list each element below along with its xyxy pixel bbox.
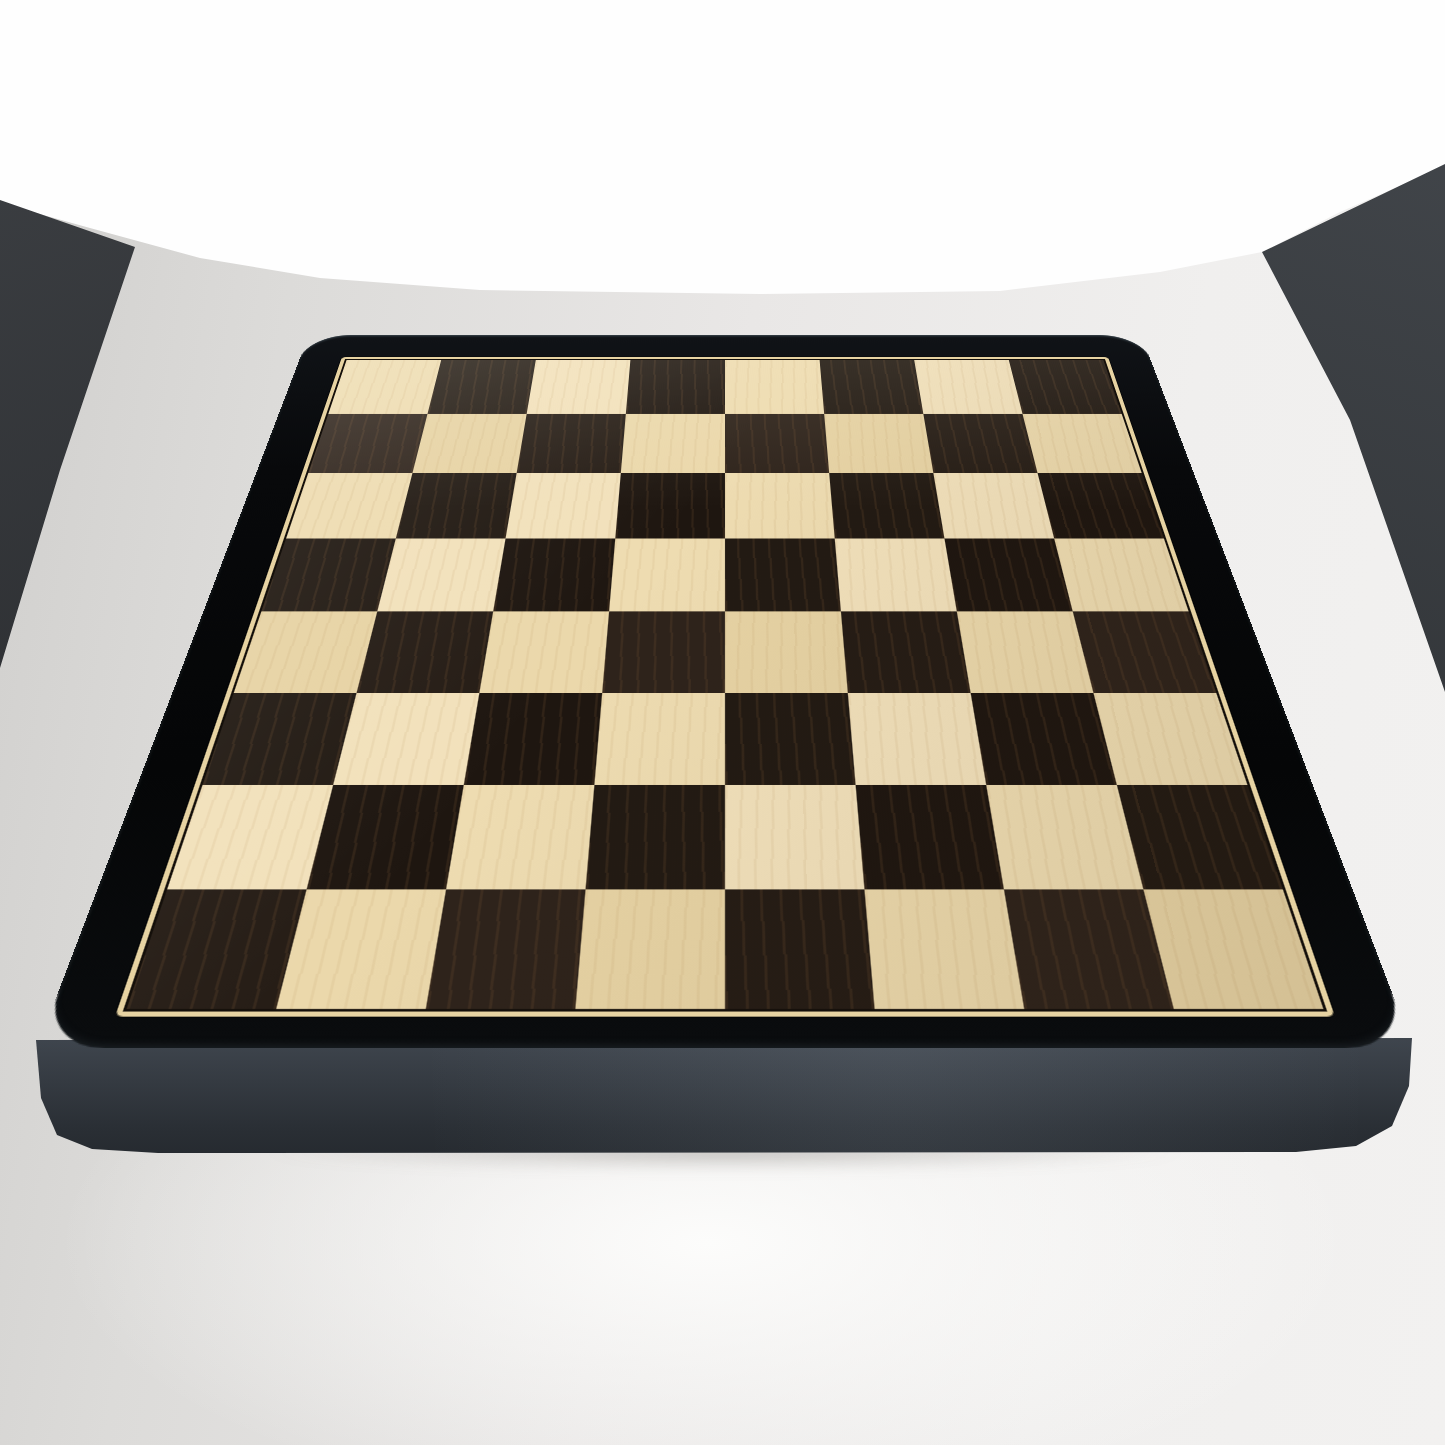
square-c4 — [479, 611, 609, 693]
square-b2 — [307, 785, 464, 889]
square-g8 — [914, 360, 1022, 414]
square-a8 — [328, 360, 441, 414]
square-c8 — [527, 360, 631, 414]
square-e1 — [725, 889, 875, 1009]
square-f1 — [864, 889, 1024, 1009]
square-c3 — [464, 693, 602, 785]
square-e8 — [725, 360, 824, 414]
square-b8 — [428, 360, 536, 414]
square-c7 — [517, 414, 626, 473]
square-a5 — [261, 539, 395, 612]
square-h7 — [1022, 414, 1141, 473]
square-e5 — [725, 539, 841, 612]
square-g6 — [933, 473, 1054, 539]
square-g3 — [971, 693, 1117, 785]
square-d6 — [615, 473, 725, 539]
square-e7 — [725, 414, 829, 473]
square-a6 — [286, 473, 412, 539]
square-b6 — [396, 473, 517, 539]
square-d2 — [586, 785, 725, 889]
square-e2 — [725, 785, 864, 889]
square-b1 — [276, 889, 446, 1009]
square-b5 — [377, 539, 505, 612]
square-h6 — [1038, 473, 1164, 539]
square-f6 — [829, 473, 944, 539]
square-e3 — [725, 693, 856, 785]
square-f8 — [820, 360, 924, 414]
square-g7 — [923, 414, 1037, 473]
square-b3 — [333, 693, 479, 785]
square-d8 — [626, 360, 725, 414]
square-d3 — [594, 693, 725, 785]
square-c2 — [446, 785, 594, 889]
square-d1 — [575, 889, 725, 1009]
square-b7 — [412, 414, 526, 473]
square-b4 — [357, 611, 494, 693]
square-f3 — [848, 693, 986, 785]
square-d4 — [602, 611, 725, 693]
square-c6 — [506, 473, 621, 539]
square-d5 — [609, 539, 725, 612]
square-c1 — [426, 889, 586, 1009]
square-a7 — [308, 414, 427, 473]
square-c5 — [493, 539, 615, 612]
square-d7 — [621, 414, 725, 473]
square-h8 — [1009, 360, 1122, 414]
square-f7 — [824, 414, 933, 473]
square-g5 — [944, 539, 1072, 612]
square-f2 — [856, 785, 1004, 889]
photo-scene — [0, 0, 1445, 1445]
square-e6 — [725, 473, 835, 539]
square-e4 — [725, 611, 848, 693]
square-f4 — [841, 611, 971, 693]
square-f5 — [835, 539, 957, 612]
square-g4 — [957, 611, 1094, 693]
square-g2 — [986, 785, 1143, 889]
